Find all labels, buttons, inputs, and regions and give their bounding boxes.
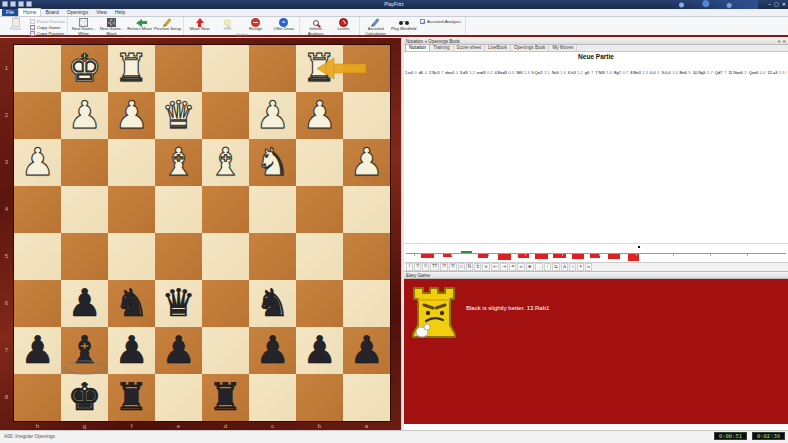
annotation-symbols-toolbar: !?!!??!??!□N±∓+--+=∞⊕→↑⇆∆○×» [404,262,788,272]
rank-label-8: 8 [0,394,13,400]
move-time: 1.3 [522,70,531,75]
new-game---white-button[interactable]: New Game - White [70,18,97,36]
button-label: Paste [10,27,21,32]
easy-game-panel: Black is slightly better. 13.Rab1 [404,279,788,424]
annotation-symbol-button[interactable]: ∆ [561,263,568,271]
square-d3[interactable]: ♝ [202,139,249,186]
square-h3[interactable]: ♟ [14,139,61,186]
square-d5[interactable] [202,233,249,280]
ribbon-tab-file[interactable]: File [2,9,18,16]
move-time: 0.2 [485,70,494,75]
square-d4[interactable] [202,186,249,233]
evaluation-profile-chart[interactable] [404,243,788,262]
file-label-a: a [343,423,390,429]
move-time: 1.6 [559,70,568,75]
notation-panel-controls[interactable]: ▾ ✕ [778,38,786,45]
tab-livebook[interactable]: LiveBook [485,45,511,51]
square-f1[interactable]: ♜ [108,45,155,92]
button-label: New Game - Black [98,27,125,36]
notation-tabs: NotationTrainingScore sheetLiveBookOpeni… [404,45,788,52]
ribbon-tab-home[interactable]: Home [18,8,41,16]
eval-bar [628,254,639,261]
assisted-analysis-checkbox[interactable]: ✓Assisted Analysis [418,18,463,24]
move-0-0[interactable]: 0-0 [650,70,656,75]
eval-bar [553,254,566,258]
annotation-symbol-button[interactable]: ?? [430,263,439,271]
button-label: Paste Position [37,19,65,24]
annotation-symbol-button[interactable]: ! [406,263,413,271]
square-e3[interactable]: ♝ [155,139,202,186]
square-d1[interactable] [202,45,249,92]
square-c1[interactable] [249,45,296,92]
status-bar: A00: Irregular Openings 0:00:51 0:02:39 [0,430,788,443]
square-e6[interactable]: ♛ [155,280,202,327]
black-p-piece: ♟ [255,327,289,374]
black-n-piece: ♞ [114,280,148,327]
axis-tick [673,254,674,256]
square-e8[interactable] [155,374,202,421]
eval-bar [572,254,584,259]
offer-draw-button[interactable]: =Offer Draw [270,18,297,32]
move-time: 0.3 [507,70,516,75]
square-f6[interactable]: ♞ [108,280,155,327]
square-e4[interactable] [155,186,202,233]
axis-tick [636,254,637,256]
square-h2[interactable] [14,92,61,139]
move-time: 1.2 [576,70,585,75]
square-d7[interactable] [202,327,249,374]
move-5-Qe2[interactable]: 5.Qe2 [532,70,543,75]
move-Be6[interactable]: Be6 [680,70,687,75]
position-setup-button[interactable]: Position Setup [154,18,181,32]
square-a5[interactable] [343,233,390,280]
play-blindfold-button[interactable]: Play Blindfold [390,18,417,32]
axis-tick [747,254,748,256]
clipboard-icon [30,25,35,30]
square-b3[interactable] [296,139,343,186]
square-b1[interactable]: ♜ [296,45,343,92]
square-g2[interactable]: ♟ [61,92,108,139]
minimize-icon[interactable]: – [768,1,771,8]
ribbon-group-training: Assisted CalculationPlay Blindfold✓Assis… [360,17,466,35]
checkbox-icon[interactable]: ✓ [420,19,425,24]
eval-bar [478,254,488,258]
annotation-symbol-button[interactable]: -+ [500,263,508,271]
square-b8[interactable] [296,374,343,421]
eval-bar [518,254,529,258]
square-f7[interactable]: ♟ [108,327,155,374]
button-label: Hint [224,27,231,32]
move-4-Bxd3[interactable]: 4.Bxd3 [495,70,507,75]
square-b6[interactable] [296,280,343,327]
drag-ghost-outline [64,360,106,375]
retract-move-button[interactable]: Retract Move [126,18,153,32]
copy-game-button[interactable]: Copy Game [30,25,65,30]
levels-button[interactable]: Levels [330,18,357,32]
white-b-piece: ♝ [161,139,195,186]
move-7-Nf3[interactable]: 7.Nf3 [595,70,605,75]
paste-position-button[interactable]: Paste Position [30,19,65,24]
magnifier-icon [313,20,319,26]
black-p-piece: ♟ [161,327,195,374]
ribbon-tab-view[interactable]: View [92,9,111,16]
ribbon-group-game: Move NowHintResign=Offer DrawGame [184,17,300,35]
square-b5[interactable] [296,233,343,280]
square-g6[interactable]: ♟ [61,280,108,327]
move-time: 1.6 [605,70,614,75]
square-h4[interactable] [14,186,61,233]
square-c7[interactable]: ♟ [249,327,296,374]
paste-icon [12,18,20,27]
annotation-symbol-button[interactable]: ?! [449,263,457,271]
move-time: 0.7 [621,70,630,75]
engine-comment: Black is slightly better. 13.Rab1 [466,305,549,311]
square-f8[interactable]: ♜ [108,374,155,421]
rank-label-7: 7 [0,347,13,353]
move-Bg7[interactable]: Bg7 [614,70,621,75]
annotation-symbol-button[interactable]: → [535,263,544,271]
square-g5[interactable] [61,233,108,280]
square-f3[interactable] [108,139,155,186]
move-time: 1.5 [777,70,786,75]
opening-classification: A00: Irregular Openings [4,434,55,439]
move-10-Ng5[interactable]: 10.Ng5 [693,70,706,75]
rank-label-5: 5 [0,253,13,259]
axis-tick [488,254,489,256]
assisted-calculation-button[interactable]: Assisted Calculation [362,18,389,36]
checkbox-label: Assisted Analysis [427,19,461,24]
ribbon-group-levels: Infinite AnalysisLevelsLevels [300,17,360,35]
square-g4[interactable] [61,186,108,233]
eval-bar [535,254,548,259]
square-h1[interactable] [14,45,61,92]
fritz-window: PlayFritz – ▢ ✕ FileHomeBoardOpeningsVie… [0,0,788,443]
square-f4[interactable] [108,186,155,233]
white-q-piece: ♛ [161,92,195,139]
square-h7[interactable]: ♟ [14,327,61,374]
annotation-symbol-button[interactable]: » [585,263,592,271]
annotation-symbol-button[interactable]: ? [414,263,421,271]
square-h8[interactable] [14,374,61,421]
annotation-symbol-button[interactable]: ⇆ [552,263,560,271]
square-d6[interactable] [202,280,249,327]
square-b2[interactable]: ♟ [296,92,343,139]
black-k-piece: ♚ [67,374,101,421]
square-e1[interactable] [155,45,202,92]
white-n-piece: ♞ [255,139,289,186]
square-d2[interactable] [202,92,249,139]
axis-tick [414,254,415,256]
axis-tick [562,254,563,256]
annotation-symbol-button[interactable]: !! [422,263,429,271]
annotation-symbol-button[interactable]: ± [474,263,481,271]
resign-button[interactable]: Resign [242,18,269,32]
annotation-symbol-button[interactable]: ○ [569,263,576,271]
window-controls[interactable]: – ▢ ✕ [768,1,786,8]
rank-label-6: 6 [0,300,13,306]
black-q-piece: ♛ [161,280,195,327]
axis-tick [710,254,711,256]
square-a1[interactable] [343,45,390,92]
move-time: 1.1 [542,70,551,75]
current-move-marker [638,246,640,248]
square-h6[interactable] [14,280,61,327]
square-g8[interactable]: ♚ [61,374,108,421]
annotation-symbol-button[interactable]: ↑ [544,263,551,271]
ribbon-tab-board[interactable]: Board [41,9,62,16]
annotation-symbol-button[interactable]: N [466,263,473,271]
square-e5[interactable] [155,233,202,280]
stop-icon [251,18,260,27]
square-a4[interactable] [343,186,390,233]
square-g3[interactable] [61,139,108,186]
square-c3[interactable]: ♞ [249,139,296,186]
game-title: Neue Partie [404,53,788,60]
annotation-symbol-button[interactable]: ∓ [482,263,490,271]
easy-game-titlebar: Easy Game [404,272,788,279]
white-b-piece: ♝ [208,139,242,186]
move-Nc6[interactable]: Nc6 [552,70,559,75]
square-d8[interactable]: ♜ [202,374,249,421]
button-label: Levels [338,27,350,32]
move-time: 1.4 [670,70,679,75]
black-p-piece: ♟ [20,327,54,374]
black-r-piece: ♜ [208,374,242,421]
ribbon-group-clipboard: PastePaste PositionCopy GameCopy Positio… [0,17,68,35]
paste-button[interactable]: Paste [2,18,29,32]
move-time: 1.7 [706,70,715,75]
file-label-d: d [202,423,249,429]
rank-label-1: 1 [0,65,13,71]
axis-tick [599,254,600,256]
black-p-piece: ♟ [302,327,336,374]
annotation-symbol-button[interactable]: = [509,263,516,271]
annotation-symbol-button[interactable]: ∞ [517,263,524,271]
white-p-piece: ♟ [349,139,383,186]
black-clock: 0:02:39 [752,432,785,440]
white-k-piece: ♚ [67,45,101,92]
white-p-piece: ♟ [255,92,289,139]
square-a8[interactable] [343,374,390,421]
tab-my-moves[interactable]: My Moves [549,45,577,51]
axis-tick [451,254,452,256]
file-label-c: c [249,423,296,429]
infinite-analysis-button[interactable]: Infinite Analysis [302,18,329,36]
tab-score-sheet[interactable]: Score sheet [454,45,486,51]
file-label-e: e [155,423,202,429]
white-clock: 0:00:51 [714,432,747,440]
black-n-piece: ♞ [255,280,289,327]
move-12-a3[interactable]: 12.a3 [767,70,777,75]
button-label: Retract Move [127,27,152,32]
dial-icon [339,18,348,27]
ribbon-tab-openings[interactable]: Openings [63,9,92,16]
white-p-piece: ♟ [114,92,148,139]
eval-bar [608,254,620,259]
hint-button[interactable]: Hint [214,18,241,32]
move-1-e4[interactable]: 1.e4 [405,70,413,75]
black-p-piece: ♟ [67,280,101,327]
eval-bar [498,254,511,260]
square-f5[interactable] [108,233,155,280]
rank-label-2: 2 [0,112,13,118]
new-game---black-button[interactable]: New Game - Black [98,18,125,36]
square-e7[interactable]: ♟ [155,327,202,374]
clipboard-icon [30,19,35,24]
maximize-icon[interactable]: ▢ [774,1,779,8]
move-2-Nc3[interactable]: 2.Nc3 [429,70,439,75]
black-p-piece: ♟ [349,327,383,374]
white-p-piece: ♟ [20,139,54,186]
close-icon[interactable]: ✕ [782,1,786,8]
move-3-d3[interactable]: 3.d3 [460,70,468,75]
move-Qxe6[interactable]: Qxe6 [749,70,759,75]
file-label-h: h [14,423,61,429]
tab-openings-book[interactable]: Openings Book [511,45,549,51]
button-label: Position Setup [154,27,181,32]
white-p-piece: ♟ [302,92,336,139]
eval-bar [421,254,434,258]
square-c5[interactable] [249,233,296,280]
move-6-h3[interactable]: 6.h3 [568,70,576,75]
rank-label-3: 3 [0,159,13,165]
easy-game-title: Easy Game [406,273,430,278]
button-label: New Game - White [70,27,97,36]
white-r-piece: ♜ [302,45,336,92]
square-c4[interactable] [249,186,296,233]
tab-notation[interactable]: Notation [405,44,430,51]
move-time: 1.2 [468,70,477,75]
square-c2[interactable]: ♟ [249,92,296,139]
square-g1[interactable]: ♚ [61,45,108,92]
white-p-piece: ♟ [67,92,101,139]
blindfold-icon [399,21,403,25]
button-label: Copy Game [37,25,60,30]
notation-body: Neue Partie 1.e4 0 d5 0 2.Nc3 7 dxe4 0 3… [404,52,788,243]
white-r-piece: ♜ [114,45,148,92]
annotation-symbol-button[interactable]: ⊕ [526,263,534,271]
black-r-piece: ♜ [114,374,148,421]
square-b4[interactable] [296,186,343,233]
axis-tick [525,254,526,256]
bulb-icon [224,19,231,26]
ribbon: PastePaste PositionCopy GameCopy Positio… [0,17,788,37]
annotation-symbol-button[interactable]: □ [458,263,465,271]
move-list[interactable]: 1.e4 0 d5 0 2.Nc3 7 dxe4 0 3.d3 1.2 exd3… [405,70,787,75]
file-label-g: g [61,423,108,429]
button-label: Assisted Calculation [362,27,389,36]
move-dxe4[interactable]: dxe4 [445,70,454,75]
annotation-symbol-button[interactable]: +- [491,263,499,271]
square-a7[interactable]: ♟ [343,327,390,374]
black-p-piece: ♟ [114,327,148,374]
move-now-button[interactable]: Move Now [186,18,213,32]
file-label-b: b [296,423,343,429]
button-label: Infinite Analysis [302,27,329,36]
fritz-mascot-icon [408,283,460,343]
right-panel: Notation + Openings Book ▾ ✕ NotationTra… [404,38,788,430]
square-c8[interactable] [249,374,296,421]
board-panel: 12345678 hgfedcba ♚♜♜♟♟♛♟♟♟♝♝♞♟♟♞♛♞♟♝♟♟♟… [0,38,401,430]
square-a3[interactable]: ♟ [343,139,390,186]
tab-training[interactable]: Training [430,45,453,51]
ribbon-tab-help[interactable]: Help [111,9,129,16]
pin-icon[interactable]: ▾ [778,38,780,45]
notation-panel-titlebar: Notation + Openings Book ▾ ✕ [404,38,788,45]
square-h5[interactable] [14,233,61,280]
square-e2[interactable]: ♛ [155,92,202,139]
close-icon[interactable]: ✕ [782,38,786,45]
annotation-symbol-button[interactable]: !? [440,263,448,271]
annotation-symbol-button[interactable]: × [577,263,584,271]
ribbon-tab-strip: FileHomeBoardOpeningsViewHelp [0,9,788,17]
move-time: 1.3 [641,70,650,75]
title-bar: PlayFritz – ▢ ✕ [0,0,788,9]
move-11-Nxe6[interactable]: 11.Nxe6 [728,70,743,75]
square-a2[interactable] [343,92,390,139]
square-f2[interactable]: ♟ [108,92,155,139]
move-8-Be3[interactable]: 8.Be3 [630,70,640,75]
button-label: Play Blindfold [391,27,416,32]
rank-label-4: 4 [0,206,13,212]
square-c6[interactable]: ♞ [249,280,296,327]
eval-bar [461,251,472,253]
ribbon-group-game: New Game - WhiteNew Game - BlackRetract … [68,17,184,35]
file-label-f: f [108,423,155,429]
ribbon-group-label: Game [186,32,297,37]
square-a6[interactable] [343,280,390,327]
titlebar-artwork [668,0,758,9]
square-b7[interactable]: ♟ [296,327,343,374]
